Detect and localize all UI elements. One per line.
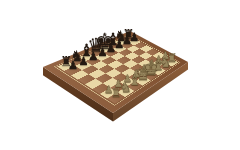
piece-white-rook[interactable]: ♜ — [167, 52, 178, 64]
chess-scene: ♜♞♝♛♚♝♞♜♟♟♟♟♟♟♟♟♟♟♟♟♟♟♟♟♜♞♝♛♚♝♞♜ — [0, 0, 240, 150]
pieces-layer: ♜♞♝♛♚♝♞♜♟♟♟♟♟♟♟♟♟♟♟♟♟♟♟♟♜♞♝♛♚♝♞♜ — [0, 0, 240, 150]
piece-black-pawn[interactable]: ♟ — [68, 60, 78, 72]
piece-black-pawn[interactable]: ♟ — [129, 32, 139, 44]
